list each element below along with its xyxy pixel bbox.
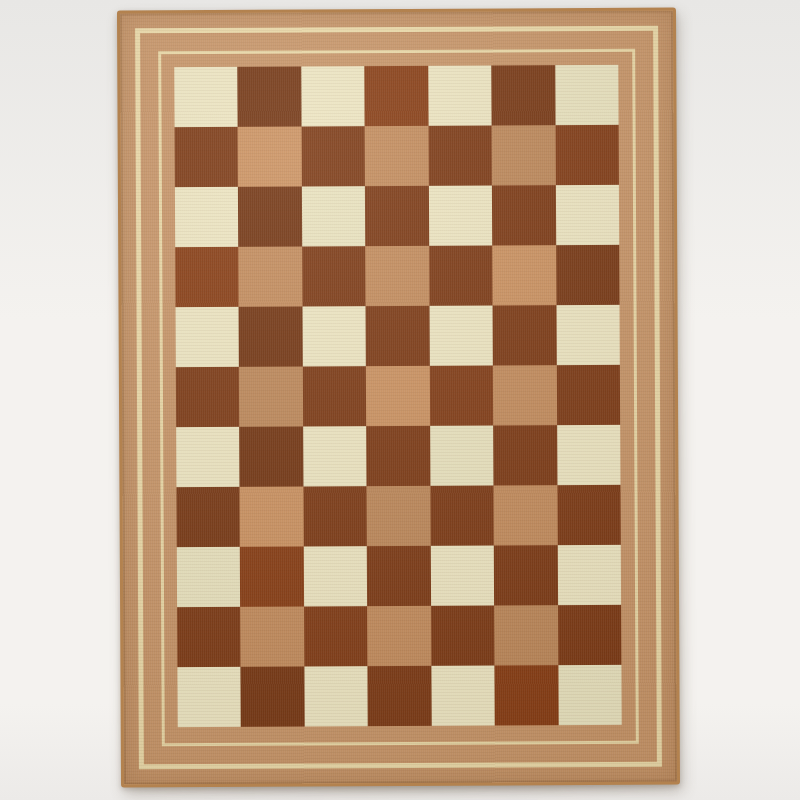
- board-cell-r6c1: [176, 367, 240, 427]
- board-cell-r10c1: [177, 607, 241, 667]
- board-cell-r6c4: [366, 366, 430, 426]
- board-cell-r7c7: [557, 425, 621, 485]
- board-cell-r2c5: [428, 126, 492, 186]
- board-cell-r1c2: [238, 67, 302, 127]
- board-cell-r4c1: [175, 247, 239, 307]
- board-cell-r9c4: [367, 546, 431, 606]
- board-cell-r9c1: [177, 547, 241, 607]
- board-cell-r7c5: [430, 426, 494, 486]
- board-cell-r2c6: [492, 125, 556, 185]
- board-cell-r11c4: [368, 666, 432, 726]
- board-cell-r11c2: [241, 666, 305, 726]
- board-cell-r4c4: [365, 246, 429, 306]
- board-cell-r1c4: [365, 66, 429, 126]
- board-cell-r8c5: [430, 486, 494, 546]
- board-cell-r11c7: [558, 665, 622, 725]
- board-cell-r9c6: [494, 545, 558, 605]
- board-cell-r4c2: [239, 247, 303, 307]
- board-cell-r3c3: [302, 186, 366, 246]
- board-cell-r2c4: [365, 126, 429, 186]
- board-cell-r3c4: [365, 186, 429, 246]
- board-cell-r1c6: [491, 65, 555, 125]
- board-cell-r1c1: [174, 67, 238, 127]
- board-cell-r10c5: [431, 606, 495, 666]
- board-cell-r5c1: [176, 307, 240, 367]
- board-cell-r10c6: [494, 605, 558, 665]
- board-cell-r8c2: [240, 486, 304, 546]
- board-cell-r8c4: [367, 486, 431, 546]
- board-cell-r10c7: [558, 605, 622, 665]
- board-cell-r9c2: [240, 546, 304, 606]
- board-cell-r9c3: [304, 546, 368, 606]
- board-cell-r9c5: [430, 546, 494, 606]
- board-cell-r7c1: [176, 427, 240, 487]
- board-cell-r2c7: [555, 125, 619, 185]
- board-cell-r4c7: [556, 245, 620, 305]
- checker-field: [174, 65, 621, 727]
- board-cell-r5c6: [493, 305, 557, 365]
- board-cell-r7c4: [366, 426, 430, 486]
- board-cell-r8c3: [303, 486, 367, 546]
- board-cell-r11c6: [495, 665, 559, 725]
- board-cell-r4c5: [429, 246, 493, 306]
- board-cell-r7c6: [493, 425, 557, 485]
- board-cell-r1c7: [555, 65, 619, 125]
- photo-background: [0, 0, 800, 800]
- board-cell-r3c1: [175, 187, 239, 247]
- board-cell-r5c2: [239, 307, 303, 367]
- board-cell-r5c7: [556, 305, 620, 365]
- board-cell-r6c5: [430, 366, 494, 426]
- board-cell-r10c4: [367, 606, 431, 666]
- board-cell-r7c3: [303, 426, 367, 486]
- board-cell-r8c7: [557, 485, 621, 545]
- board-cell-r2c1: [175, 127, 239, 187]
- board-cell-r6c6: [493, 365, 557, 425]
- board-cell-r10c2: [241, 606, 305, 666]
- board-cell-r6c7: [556, 365, 620, 425]
- checkerboard-rug: [117, 8, 680, 788]
- board-cell-r8c6: [494, 485, 558, 545]
- board-cell-r8c1: [176, 487, 240, 547]
- board-cell-r1c3: [301, 66, 365, 126]
- board-cell-r6c2: [239, 367, 303, 427]
- board-cell-r4c3: [302, 246, 366, 306]
- board-cell-r2c3: [301, 126, 365, 186]
- board-cell-r9c7: [557, 545, 621, 605]
- board-cell-r5c3: [302, 306, 366, 366]
- board-cell-r3c7: [555, 185, 619, 245]
- board-cell-r6c3: [303, 366, 367, 426]
- board-cell-r5c5: [429, 306, 493, 366]
- board-cell-r10c3: [304, 606, 368, 666]
- board-cell-r11c1: [177, 667, 241, 727]
- board-cell-r4c6: [492, 245, 556, 305]
- board-cell-r2c2: [238, 127, 302, 187]
- board-cell-r3c5: [429, 186, 493, 246]
- board-cell-r3c6: [492, 185, 556, 245]
- board-cell-r7c2: [240, 427, 304, 487]
- board-cell-r3c2: [238, 187, 302, 247]
- board-cell-r11c5: [431, 666, 495, 726]
- board-cell-r1c5: [428, 66, 492, 126]
- board-cell-r11c3: [304, 666, 368, 726]
- board-cell-r5c4: [366, 306, 430, 366]
